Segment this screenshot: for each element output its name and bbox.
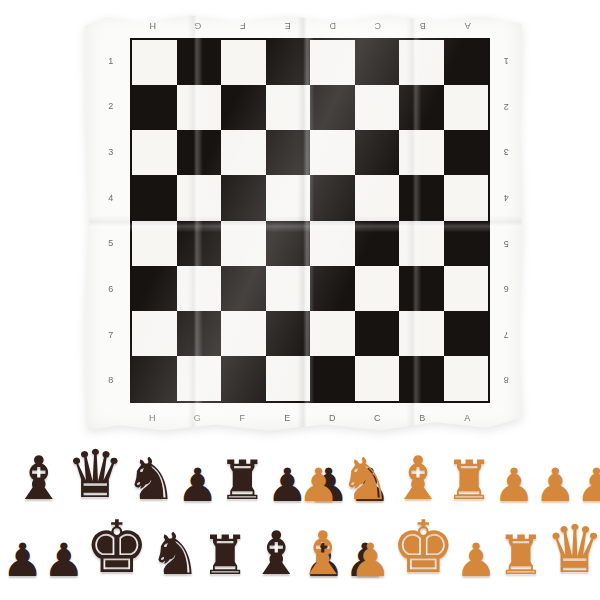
square-B1 [399,40,444,85]
square-F8 [221,356,266,401]
square-A2 [444,85,489,130]
square-C5 [355,221,400,266]
rank-label-left-7: 7 [99,312,123,358]
square-G1 [177,40,222,85]
square-H5 [132,221,177,266]
orange-knight: ♞ [339,450,391,508]
square-E8 [266,356,311,401]
file-label-bottom-F: F [220,409,265,427]
square-G2 [177,85,222,130]
file-label-top-D: D [310,17,355,35]
square-F1 [221,40,266,85]
file-label-bottom-G: G [175,409,220,427]
file-label-bottom-C: C [355,409,400,427]
rank-label-left-8: 8 [99,357,123,403]
square-D1 [310,40,355,85]
square-G6 [177,266,222,311]
square-E3 [266,130,311,175]
square-C1 [355,40,400,85]
orange-bishop: ♝ [391,448,445,508]
rank-labels-right: 12345678 [494,38,518,403]
rank-label-right-2: 2 [494,84,518,130]
square-F5 [221,221,266,266]
square-C6 [355,266,400,311]
square-A8 [444,356,489,401]
square-D5 [310,221,355,266]
square-E5 [266,221,311,266]
rank-label-left-6: 6 [99,266,123,312]
rank-label-right-7: 7 [494,312,518,358]
square-H2 [132,85,177,130]
file-label-bottom-E: E [265,409,310,427]
orange-rook: ♜ [497,529,545,583]
pieces-orange-row-2: ♝♟♚♟♜♛♟♞ [296,503,588,583]
square-F7 [221,311,266,356]
square-H4 [132,175,177,220]
pieces-dark-row-1: ♝♛♞♟♜♟♟♟ [12,432,294,508]
square-E1 [266,40,311,85]
square-H1 [132,40,177,85]
rank-label-right-3: 3 [494,129,518,175]
file-label-bottom-A: A [445,409,490,427]
square-A1 [444,40,489,85]
rank-label-right-5: 5 [494,221,518,267]
orange-rook: ♜ [445,454,493,508]
file-label-bottom-B: B [400,409,445,427]
square-F3 [221,130,266,175]
square-B4 [399,175,444,220]
square-B3 [399,130,444,175]
square-F6 [221,266,266,311]
rank-label-left-4: 4 [99,175,123,221]
square-A3 [444,130,489,175]
rank-label-right-1: 1 [494,38,518,84]
dark-rook: ♜ [218,454,266,508]
orange-pawn: ♟ [350,537,391,583]
rank-label-right-4: 4 [494,175,518,221]
square-H6 [132,266,177,311]
chessboard-mat: HGFEDCBA HGFEDCBA 12345678 12345678 [85,12,522,432]
square-A7 [444,311,489,356]
orange-pawn: ♟ [535,462,576,508]
square-G4 [177,175,222,220]
file-label-top-G: G [175,17,220,35]
file-label-top-F: F [220,17,265,35]
orange-pawn: ♟ [298,462,339,508]
file-labels-top: HGFEDCBA [130,17,490,35]
dark-pawn: ♟ [43,537,84,583]
orange-king: ♚ [391,511,456,583]
dark-bishop: ♝ [12,448,66,508]
pieces-orange-row-1: ♟♞♝♜♟♟♟♟ [298,432,586,508]
dark-pawn: ♟ [177,462,218,508]
dark-pawn: ♟ [2,537,43,583]
square-H3 [132,130,177,175]
file-label-top-E: E [265,17,310,35]
rank-label-right-8: 8 [494,357,518,403]
square-G5 [177,221,222,266]
square-E2 [266,85,311,130]
square-B2 [399,85,444,130]
square-B5 [399,221,444,266]
square-E7 [266,311,311,356]
file-label-top-H: H [130,17,175,35]
square-F2 [221,85,266,130]
file-label-top-A: A [445,17,490,35]
square-C3 [355,130,400,175]
rank-label-right-6: 6 [494,266,518,312]
product-photo: HGFEDCBA HGFEDCBA 12345678 12345678 ♝♛♞♟… [0,0,600,600]
dark-king: ♚ [85,511,150,583]
dark-rook: ♜ [201,529,249,583]
orange-queen: ♛ [545,517,600,583]
square-G3 [177,130,222,175]
chessboard-mat-wrap: HGFEDCBA HGFEDCBA 12345678 12345678 [85,12,522,432]
file-label-top-C: C [355,17,400,35]
square-G8 [177,356,222,401]
dark-knight: ♞ [149,525,201,583]
dark-knight: ♞ [125,450,177,508]
square-D8 [310,356,355,401]
square-C4 [355,175,400,220]
orange-pawn: ♟ [576,462,600,508]
square-D7 [310,311,355,356]
orange-bishop: ♝ [296,523,350,583]
file-labels-bottom: HGFEDCBA [130,409,490,427]
square-E6 [266,266,311,311]
square-D6 [310,266,355,311]
rank-label-left-1: 1 [99,38,123,84]
square-A6 [444,266,489,311]
square-D3 [310,130,355,175]
square-F4 [221,175,266,220]
rank-labels-left: 12345678 [99,38,123,403]
square-B8 [399,356,444,401]
square-H7 [132,311,177,356]
square-B6 [399,266,444,311]
square-A5 [444,221,489,266]
square-H8 [132,356,177,401]
rank-label-left-2: 2 [99,84,123,130]
pieces-dark-row-2: ♟♟♚♞♜♝♟♟ [2,505,294,583]
square-D4 [310,175,355,220]
square-C2 [355,85,400,130]
square-C8 [355,356,400,401]
chessboard-grid [130,38,490,403]
square-C7 [355,311,400,356]
dark-queen: ♛ [66,442,125,508]
rank-label-left-3: 3 [99,129,123,175]
square-A4 [444,175,489,220]
file-label-bottom-H: H [130,409,175,427]
square-D2 [310,85,355,130]
file-label-bottom-D: D [310,409,355,427]
square-B7 [399,311,444,356]
square-G7 [177,311,222,356]
orange-pawn: ♟ [493,462,534,508]
rank-label-left-5: 5 [99,221,123,267]
square-E4 [266,175,311,220]
file-label-top-B: B [400,17,445,35]
orange-pawn: ♟ [456,537,497,583]
